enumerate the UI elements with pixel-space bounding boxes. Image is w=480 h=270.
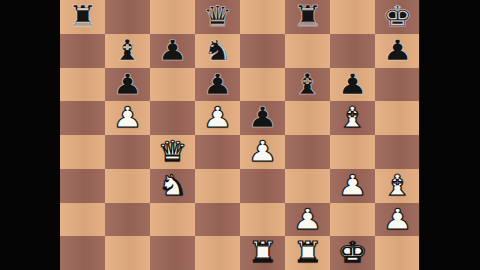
square-e7[interactable] [240,34,285,68]
square-c3[interactable]: ♞ [150,169,195,203]
piece-white-rook-f1[interactable]: ♜ [282,237,332,269]
square-g6[interactable]: ♟ [330,68,375,102]
square-f6[interactable]: ♝ [285,68,330,102]
square-h7[interactable]: ♟ [375,34,420,68]
piece-black-king-h8[interactable]: ♚ [372,1,422,33]
piece-black-pawn-b6[interactable]: ♟ [102,68,152,100]
square-f7[interactable] [285,34,330,68]
piece-white-pawn-h2[interactable]: ♟ [372,203,422,235]
square-f1[interactable]: ♜ [285,236,330,270]
square-d1[interactable] [195,236,240,270]
square-e2[interactable] [240,203,285,237]
square-h5[interactable] [375,101,420,135]
square-b1[interactable] [105,236,150,270]
piece-black-pawn-d6[interactable]: ♟ [192,68,242,100]
piece-black-pawn-c7[interactable]: ♟ [147,35,197,67]
piece-white-bishop-g5[interactable]: ♝ [327,102,377,134]
piece-black-rook-f8[interactable]: ♜ [282,1,332,33]
square-e5[interactable]: ♟ [240,101,285,135]
piece-white-pawn-b5[interactable]: ♟ [102,102,152,134]
square-d6[interactable]: ♟ [195,68,240,102]
square-h6[interactable] [375,68,420,102]
square-h4[interactable] [375,135,420,169]
square-c2[interactable] [150,203,195,237]
square-b8[interactable] [105,0,150,34]
square-h1[interactable] [375,236,420,270]
square-f5[interactable] [285,101,330,135]
square-a8[interactable]: ♜ [60,0,105,34]
square-e4[interactable]: ♟ [240,135,285,169]
piece-black-pawn-e5[interactable]: ♟ [237,102,287,134]
piece-black-queen-d8[interactable]: ♛ [192,1,242,33]
square-c8[interactable] [150,0,195,34]
square-b6[interactable]: ♟ [105,68,150,102]
square-d3[interactable] [195,169,240,203]
piece-black-pawn-g6[interactable]: ♟ [327,68,377,100]
square-c7[interactable]: ♟ [150,34,195,68]
square-b4[interactable] [105,135,150,169]
piece-black-rook-a8[interactable]: ♜ [57,1,107,33]
square-a2[interactable] [60,203,105,237]
square-c4[interactable]: ♛ [150,135,195,169]
square-a3[interactable] [60,169,105,203]
piece-white-pawn-d5[interactable]: ♟ [192,102,242,134]
square-a6[interactable] [60,68,105,102]
piece-white-king-g1[interactable]: ♚ [327,237,377,269]
square-g5[interactable]: ♝ [330,101,375,135]
square-g4[interactable] [330,135,375,169]
square-a4[interactable] [60,135,105,169]
piece-black-knight-d7[interactable]: ♞ [192,35,242,67]
piece-white-knight-c3[interactable]: ♞ [147,170,197,202]
piece-white-queen-c4[interactable]: ♛ [147,136,197,168]
square-a1[interactable] [60,236,105,270]
square-f4[interactable] [285,135,330,169]
piece-white-bishop-h3[interactable]: ♝ [372,170,422,202]
square-c1[interactable] [150,236,195,270]
square-b2[interactable] [105,203,150,237]
piece-black-bishop-f6[interactable]: ♝ [282,68,332,100]
square-e6[interactable] [240,68,285,102]
video-frame: ♜♛♜♚♝♟♞♟♟♟♝♟♟♟♟♝♛♟♞♟♝♟♟♜♜♚ [0,0,480,270]
square-c6[interactable] [150,68,195,102]
square-f3[interactable] [285,169,330,203]
square-h8[interactable]: ♚ [375,0,420,34]
square-g2[interactable] [330,203,375,237]
square-h2[interactable]: ♟ [375,203,420,237]
square-e8[interactable] [240,0,285,34]
square-g1[interactable]: ♚ [330,236,375,270]
piece-black-bishop-b7[interactable]: ♝ [102,35,152,67]
square-g8[interactable] [330,0,375,34]
square-g3[interactable]: ♟ [330,169,375,203]
square-e3[interactable] [240,169,285,203]
letterbox-right [419,0,480,270]
piece-white-rook-e1[interactable]: ♜ [237,237,287,269]
letterbox-left [0,0,61,270]
square-g7[interactable] [330,34,375,68]
square-h3[interactable]: ♝ [375,169,420,203]
square-b7[interactable]: ♝ [105,34,150,68]
square-e1[interactable]: ♜ [240,236,285,270]
piece-black-pawn-h7[interactable]: ♟ [372,35,422,67]
square-b5[interactable]: ♟ [105,101,150,135]
square-f8[interactable]: ♜ [285,0,330,34]
square-b3[interactable] [105,169,150,203]
square-a7[interactable] [60,34,105,68]
square-d5[interactable]: ♟ [195,101,240,135]
square-d2[interactable] [195,203,240,237]
square-d8[interactable]: ♛ [195,0,240,34]
square-d7[interactable]: ♞ [195,34,240,68]
chess-board: ♜♛♜♚♝♟♞♟♟♟♝♟♟♟♟♝♛♟♞♟♝♟♟♜♜♚ [60,0,420,270]
square-d4[interactable] [195,135,240,169]
square-f2[interactable]: ♟ [285,203,330,237]
square-c5[interactable] [150,101,195,135]
square-a5[interactable] [60,101,105,135]
piece-white-pawn-g3[interactable]: ♟ [327,170,377,202]
piece-white-pawn-e4[interactable]: ♟ [237,136,287,168]
piece-white-pawn-f2[interactable]: ♟ [282,203,332,235]
